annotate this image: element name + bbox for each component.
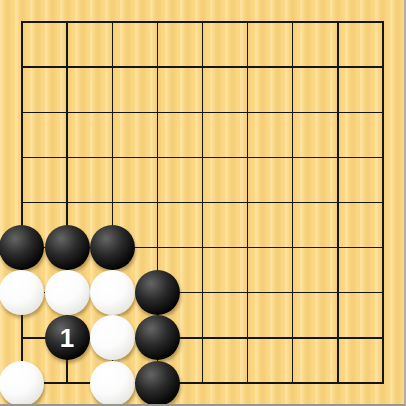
- intersection: [45, 135, 90, 180]
- white-stone: [0, 361, 44, 406]
- intersection: [45, 225, 90, 270]
- intersection: [135, 360, 180, 405]
- intersections-layer: 1: [0, 0, 406, 406]
- intersection: [90, 45, 135, 90]
- intersection: [315, 180, 360, 225]
- intersection: [315, 225, 360, 270]
- intersection: [225, 90, 270, 135]
- intersection: [180, 225, 225, 270]
- black-stone: [45, 225, 90, 270]
- intersection: [315, 270, 360, 315]
- intersection: [225, 45, 270, 90]
- intersection: [45, 180, 90, 225]
- white-stone: [45, 270, 90, 315]
- intersection: [360, 90, 405, 135]
- intersection: [360, 45, 405, 90]
- intersection: [180, 45, 225, 90]
- intersection: [45, 270, 90, 315]
- intersection: [180, 90, 225, 135]
- intersection: [270, 270, 315, 315]
- intersection: [0, 360, 45, 405]
- intersection: [90, 135, 135, 180]
- move-number-label: 1: [60, 325, 74, 351]
- intersection: [360, 270, 405, 315]
- intersection: [270, 360, 315, 405]
- intersection: [180, 0, 225, 45]
- black-stone: [135, 315, 180, 360]
- intersection: [135, 270, 180, 315]
- intersection: [360, 225, 405, 270]
- intersection: [45, 0, 90, 45]
- white-stone: [90, 361, 135, 406]
- intersection: [360, 360, 405, 405]
- intersection: [225, 0, 270, 45]
- intersection: [180, 135, 225, 180]
- intersection: [360, 0, 405, 45]
- intersection: [135, 135, 180, 180]
- intersection: [180, 315, 225, 360]
- intersection: [225, 225, 270, 270]
- intersection: [0, 270, 45, 315]
- white-stone: [90, 270, 135, 315]
- intersection: [270, 225, 315, 270]
- black-stone: [0, 225, 44, 270]
- intersection: [90, 90, 135, 135]
- white-stone: [90, 315, 135, 360]
- intersection: [135, 45, 180, 90]
- intersection: [180, 270, 225, 315]
- intersection: [270, 180, 315, 225]
- intersection: [270, 135, 315, 180]
- intersection: 1: [45, 315, 90, 360]
- intersection: [90, 0, 135, 45]
- intersection: [135, 225, 180, 270]
- intersection: [360, 135, 405, 180]
- intersection: [90, 360, 135, 405]
- intersection: [90, 270, 135, 315]
- intersection: [90, 225, 135, 270]
- intersection: [45, 45, 90, 90]
- intersection: [270, 90, 315, 135]
- intersection: [315, 315, 360, 360]
- intersection: [315, 0, 360, 45]
- intersection: [0, 225, 45, 270]
- intersection: [315, 135, 360, 180]
- intersection: [225, 360, 270, 405]
- intersection: [0, 90, 45, 135]
- black-stone: 1: [45, 315, 90, 360]
- black-stone: [135, 361, 180, 406]
- intersection: [180, 180, 225, 225]
- intersection: [315, 360, 360, 405]
- intersection: [315, 45, 360, 90]
- intersection: [135, 0, 180, 45]
- intersection: [90, 315, 135, 360]
- intersection: [0, 180, 45, 225]
- intersection: [0, 45, 45, 90]
- white-stone: [0, 270, 44, 315]
- intersection: [45, 360, 90, 405]
- intersection: [270, 45, 315, 90]
- go-board: 1: [0, 0, 406, 406]
- intersection: [0, 0, 45, 45]
- intersection: [360, 180, 405, 225]
- intersection: [225, 135, 270, 180]
- intersection: [270, 315, 315, 360]
- intersection: [360, 315, 405, 360]
- intersection: [0, 135, 45, 180]
- intersection: [90, 180, 135, 225]
- intersection: [270, 0, 315, 45]
- intersection: [225, 180, 270, 225]
- intersection: [135, 180, 180, 225]
- intersection: [135, 315, 180, 360]
- intersection: [225, 270, 270, 315]
- intersection: [45, 90, 90, 135]
- intersection: [135, 90, 180, 135]
- black-stone: [90, 225, 135, 270]
- black-stone: [135, 270, 180, 315]
- intersection: [0, 315, 45, 360]
- intersection: [225, 315, 270, 360]
- intersection: [315, 90, 360, 135]
- intersection: [180, 360, 225, 405]
